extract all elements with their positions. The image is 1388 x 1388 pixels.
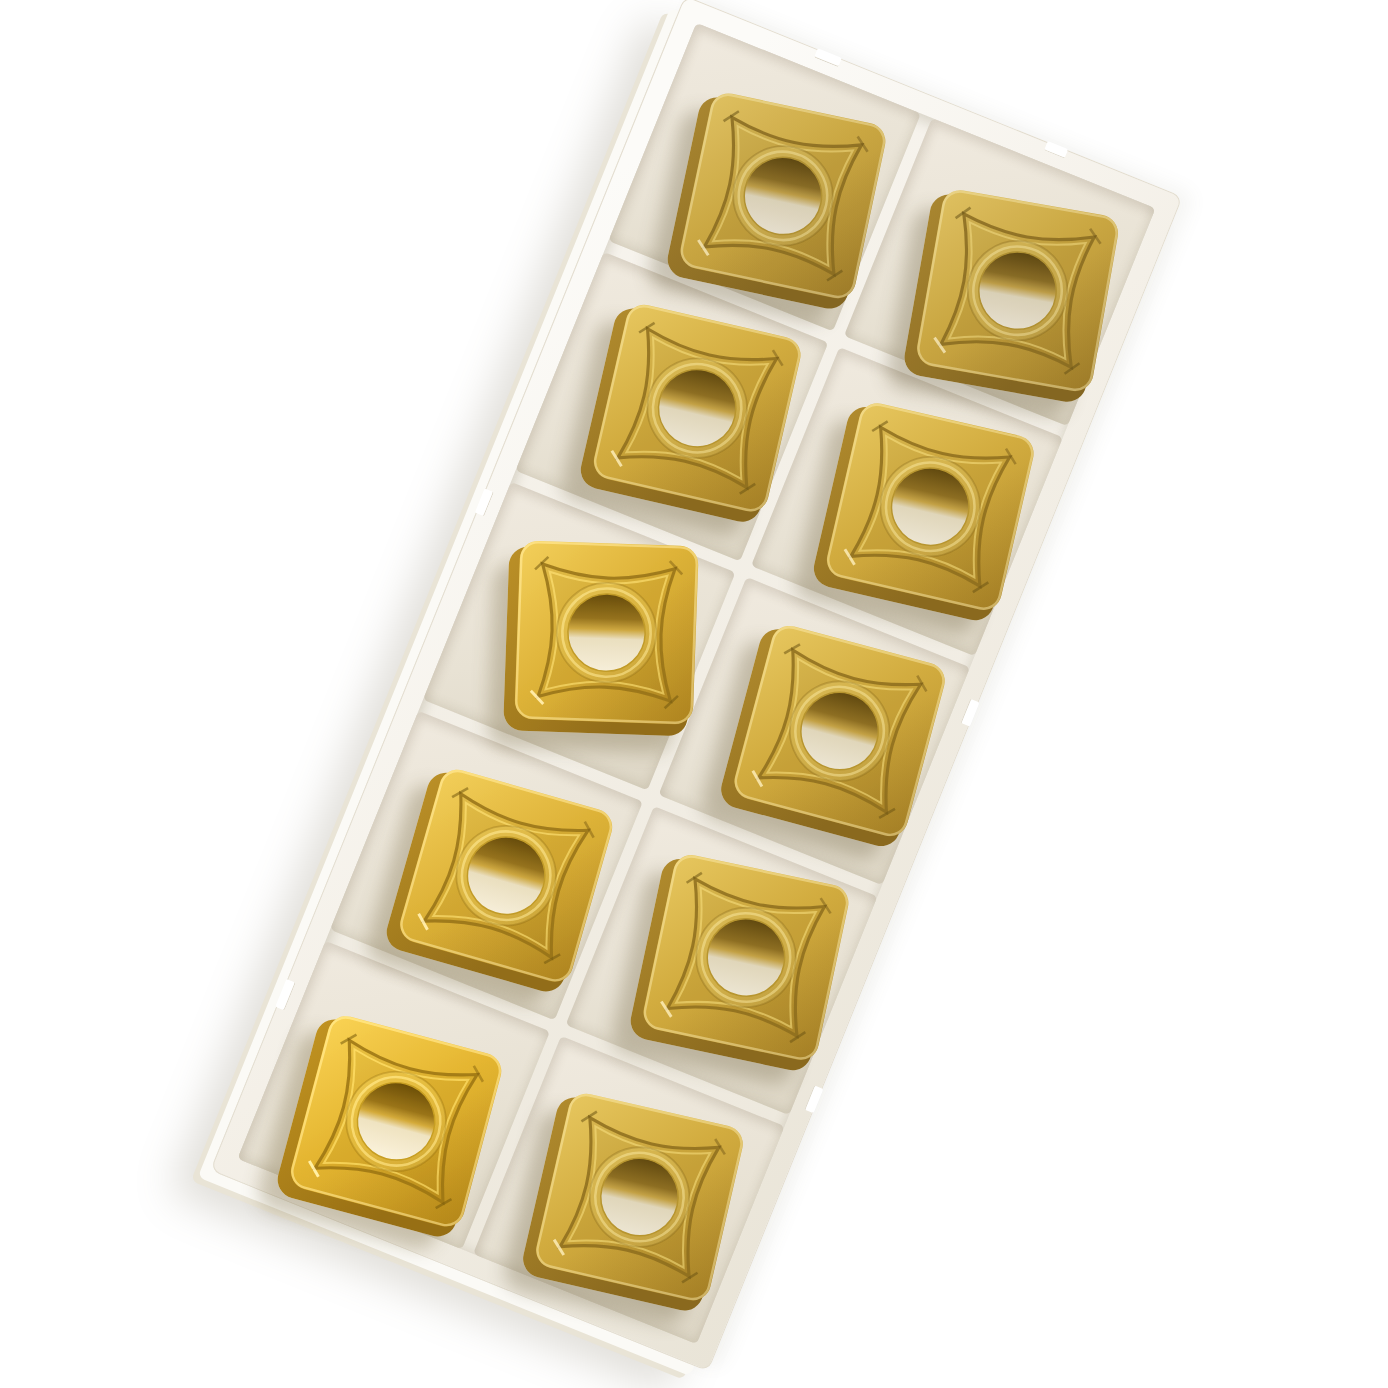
wall-notch <box>1044 141 1068 159</box>
wall-notch <box>475 488 494 516</box>
insert-face <box>637 848 855 1066</box>
photo-stage <box>0 0 1388 1388</box>
insert-face <box>911 184 1124 397</box>
carbide-insert <box>587 298 808 519</box>
tray-floor <box>238 23 1156 1344</box>
insert-face <box>674 86 892 304</box>
carbide-insert <box>820 397 1041 618</box>
insert-face <box>511 537 701 727</box>
carbide-insert <box>674 86 892 304</box>
wall-notch <box>275 979 296 1011</box>
carbide-insert <box>511 537 701 727</box>
wall-notch <box>961 698 980 726</box>
wall-notch <box>814 48 842 67</box>
wall-notch <box>804 1085 823 1113</box>
carbide-insert <box>911 184 1124 397</box>
carbide-insert <box>637 848 855 1066</box>
insert-tray <box>210 0 1183 1371</box>
